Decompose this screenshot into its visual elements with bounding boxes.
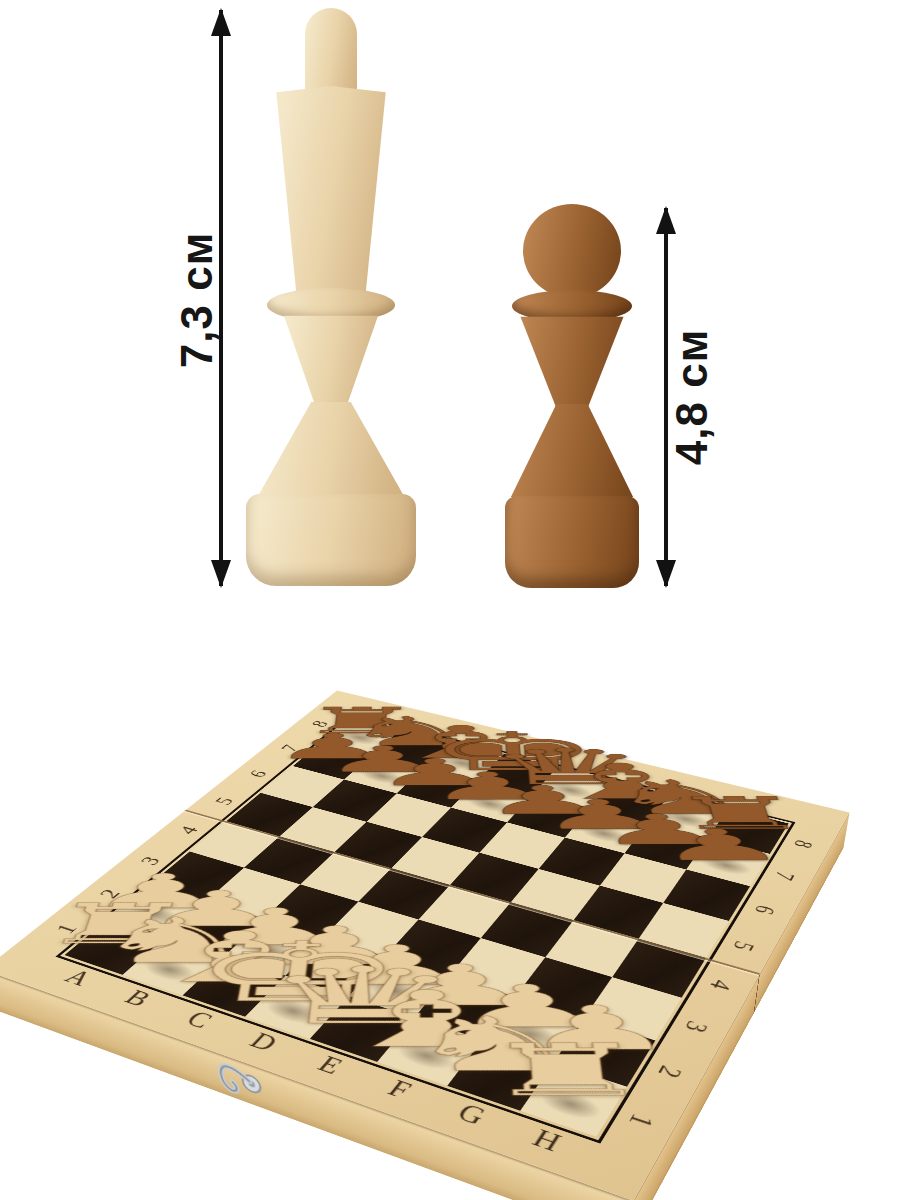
board-scene: ABCDEFGH8877665544332211 ♜♞♝♚♛♝♞♜♟♟♟♟♟♟♟…: [0, 0, 900, 1200]
product-photo-chess-set: { "game": "chess", "scene": { "descripti…: [0, 0, 900, 1200]
chess-board: ABCDEFGH8877665544332211 ♜♞♝♚♛♝♞♜♟♟♟♟♟♟♟…: [0, 691, 850, 1200]
